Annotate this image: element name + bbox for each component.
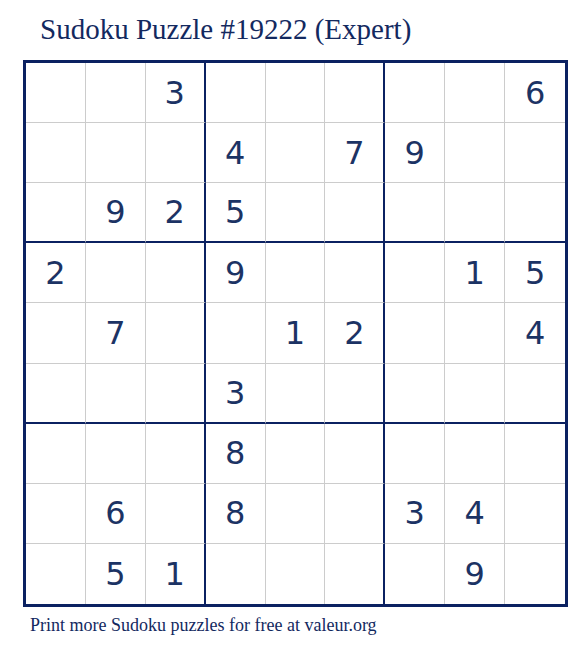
cell-r5c8-empty [445, 303, 505, 363]
cell-r9c9-empty [505, 544, 565, 604]
cell-r8c1-empty [26, 484, 86, 544]
cell-r2c2-empty [86, 123, 146, 183]
cell-r3c5-empty [266, 183, 326, 243]
cell-r8c9-empty [505, 484, 565, 544]
cell-r3c7-empty [385, 183, 445, 243]
cell-r6c1-empty [26, 364, 86, 424]
cell-r8c4-given: 8 [206, 484, 266, 544]
cell-r2c3-empty [146, 123, 206, 183]
cell-r9c1-empty [26, 544, 86, 604]
cell-r5c3-empty [146, 303, 206, 363]
cell-r9c6-empty [325, 544, 385, 604]
cell-r9c2-given: 5 [86, 544, 146, 604]
cell-r8c7-given: 3 [385, 484, 445, 544]
sudoku-page: Sudoku Puzzle #19222 (Expert) 3647992529… [0, 0, 580, 651]
footer-text: Print more Sudoku puzzles for free at va… [30, 615, 377, 636]
cell-r7c3-empty [146, 424, 206, 484]
cell-r5c9-given: 4 [505, 303, 565, 363]
cell-r9c3-given: 1 [146, 544, 206, 604]
cell-r3c4-given: 5 [206, 183, 266, 243]
cell-r5c5-given: 1 [266, 303, 326, 363]
cell-r2c8-empty [445, 123, 505, 183]
cell-r9c7-empty [385, 544, 445, 604]
cell-r6c3-empty [146, 364, 206, 424]
cell-r1c7-empty [385, 63, 445, 123]
cell-r6c4-given: 3 [206, 364, 266, 424]
cell-r4c3-empty [146, 243, 206, 303]
cell-r5c7-empty [385, 303, 445, 363]
cell-r7c7-empty [385, 424, 445, 484]
cell-r2c7-given: 9 [385, 123, 445, 183]
cell-r4c9-given: 5 [505, 243, 565, 303]
cell-r4c8-given: 1 [445, 243, 505, 303]
cell-r2c4-given: 4 [206, 123, 266, 183]
cell-r7c5-empty [266, 424, 326, 484]
cell-r1c2-empty [86, 63, 146, 123]
cell-r4c7-empty [385, 243, 445, 303]
cell-r6c2-empty [86, 364, 146, 424]
cell-r1c6-empty [325, 63, 385, 123]
cell-r1c3-given: 3 [146, 63, 206, 123]
cell-r3c3-given: 2 [146, 183, 206, 243]
cell-r4c1-given: 2 [26, 243, 86, 303]
cell-r9c8-given: 9 [445, 544, 505, 604]
cell-r6c8-empty [445, 364, 505, 424]
cell-r6c7-empty [385, 364, 445, 424]
cell-r2c6-given: 7 [325, 123, 385, 183]
cell-r9c5-empty [266, 544, 326, 604]
cell-r4c6-empty [325, 243, 385, 303]
cell-r6c6-empty [325, 364, 385, 424]
cell-r4c5-empty [266, 243, 326, 303]
cell-r9c4-empty [206, 544, 266, 604]
cell-r8c6-empty [325, 484, 385, 544]
cell-r5c4-empty [206, 303, 266, 363]
cell-r8c2-given: 6 [86, 484, 146, 544]
puzzle-title: Sudoku Puzzle #19222 (Expert) [40, 13, 411, 46]
cell-r1c8-empty [445, 63, 505, 123]
cell-r5c6-given: 2 [325, 303, 385, 363]
cell-r4c2-empty [86, 243, 146, 303]
cell-r3c9-empty [505, 183, 565, 243]
cell-r7c1-empty [26, 424, 86, 484]
cell-r2c9-empty [505, 123, 565, 183]
cell-r1c1-empty [26, 63, 86, 123]
cell-r1c4-empty [206, 63, 266, 123]
cell-r3c6-empty [325, 183, 385, 243]
sudoku-board: 3647992529157124386834519 [23, 60, 568, 607]
cell-r2c5-empty [266, 123, 326, 183]
cell-r3c2-given: 9 [86, 183, 146, 243]
cell-r5c1-empty [26, 303, 86, 363]
cell-r7c4-given: 8 [206, 424, 266, 484]
cell-r6c9-empty [505, 364, 565, 424]
cell-r6c5-empty [266, 364, 326, 424]
cell-r7c8-empty [445, 424, 505, 484]
cell-r8c5-empty [266, 484, 326, 544]
cell-r4c4-given: 9 [206, 243, 266, 303]
cell-r2c1-empty [26, 123, 86, 183]
cell-r3c1-empty [26, 183, 86, 243]
cell-r7c9-empty [505, 424, 565, 484]
cell-r1c5-empty [266, 63, 326, 123]
cell-r3c8-empty [445, 183, 505, 243]
cell-r8c8-given: 4 [445, 484, 505, 544]
cell-r7c6-empty [325, 424, 385, 484]
cell-r7c2-empty [86, 424, 146, 484]
cell-r5c2-given: 7 [86, 303, 146, 363]
cell-r8c3-empty [146, 484, 206, 544]
cell-r1c9-given: 6 [505, 63, 565, 123]
